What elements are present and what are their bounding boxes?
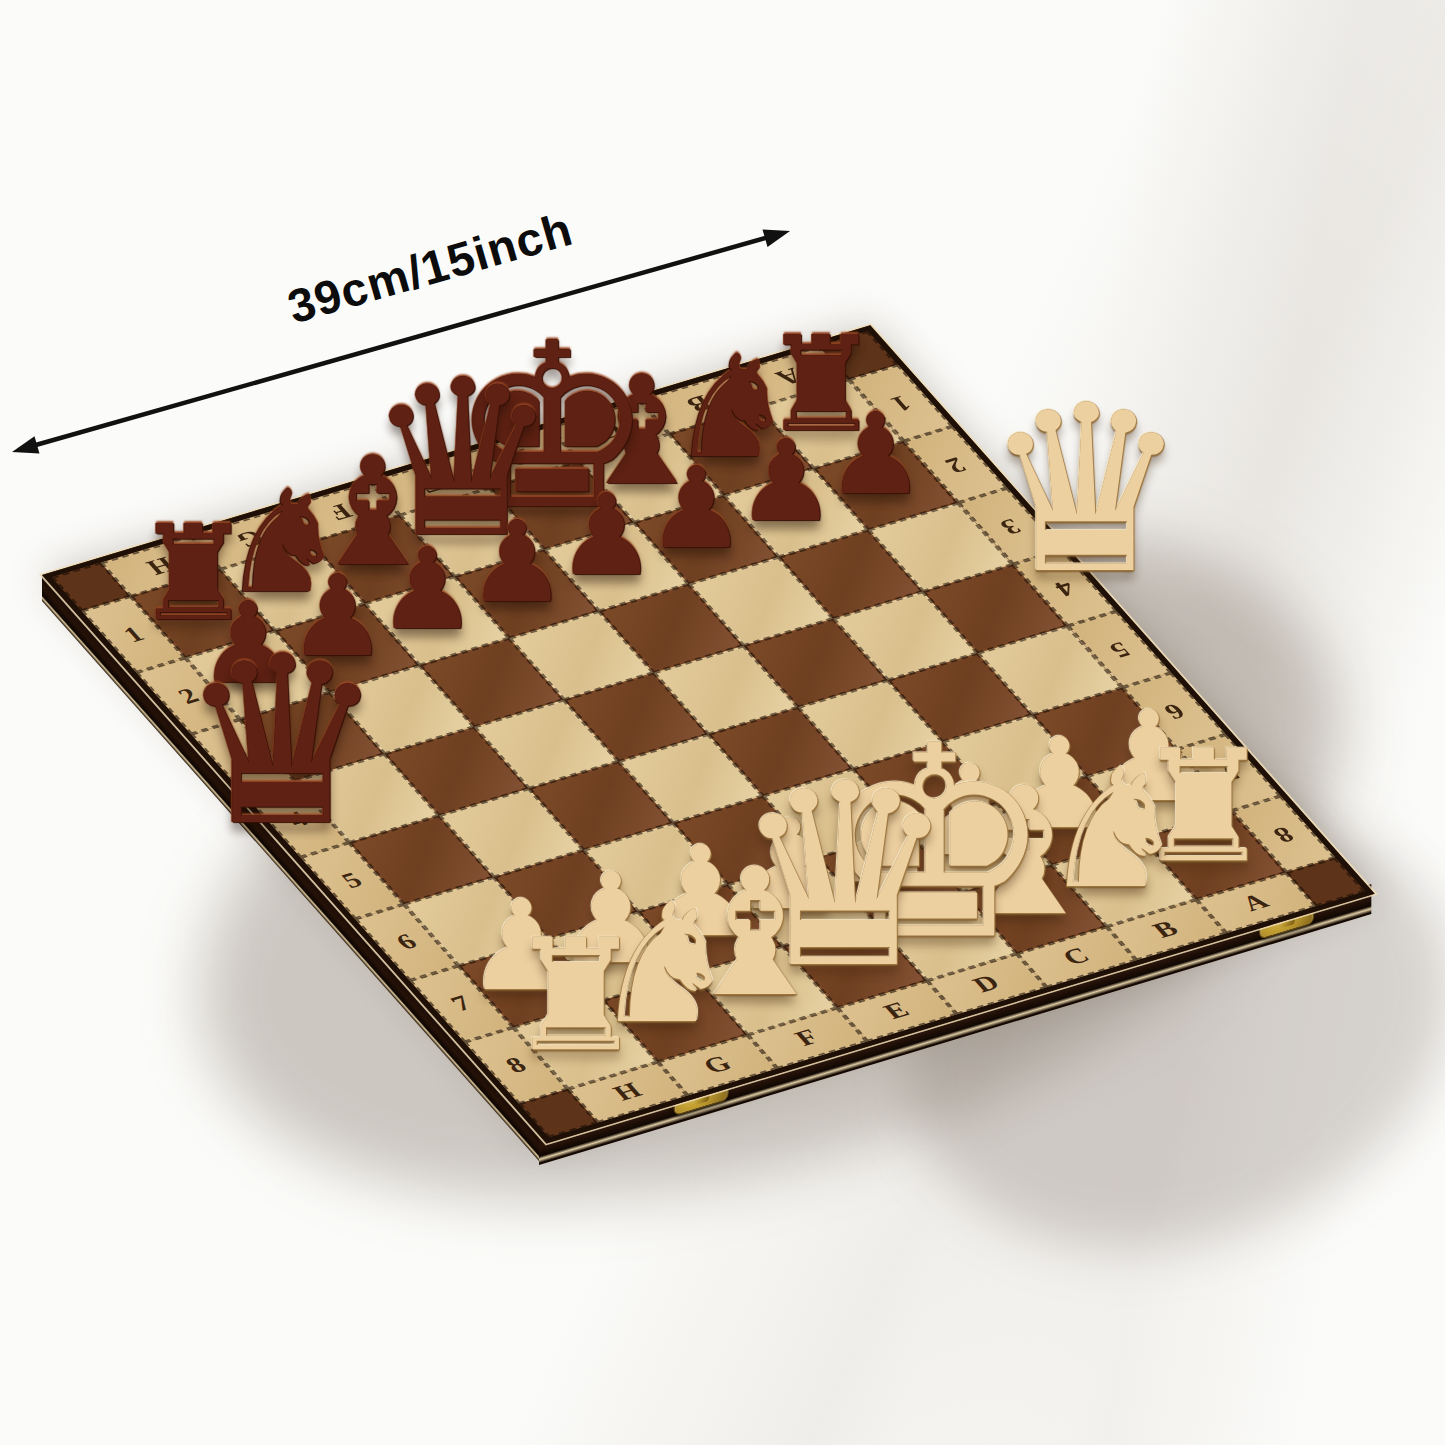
product-photo-scene: 39cm/15inch HGFEDCBA1122334455667788HGFE… — [0, 0, 1445, 1445]
